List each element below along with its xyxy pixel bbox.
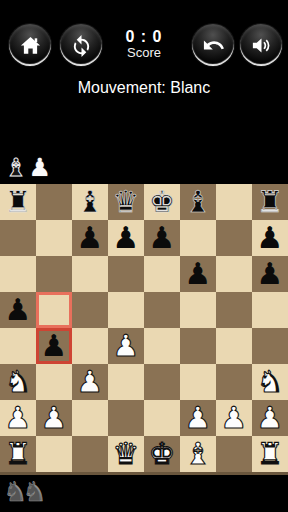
- square-h3[interactable]: ♞: [252, 364, 288, 400]
- piece-black-pawn[interactable]: ♟: [41, 328, 68, 364]
- piece-black-pawn[interactable]: ♟: [185, 256, 212, 292]
- square-f3[interactable]: [180, 364, 216, 400]
- square-e3[interactable]: [144, 364, 180, 400]
- piece-white-queen[interactable]: ♛: [113, 436, 140, 472]
- square-f1[interactable]: ♝: [180, 436, 216, 472]
- piece-white-pawn[interactable]: ♟: [41, 400, 68, 436]
- square-g3[interactable]: [216, 364, 252, 400]
- square-d1[interactable]: ♛: [108, 436, 144, 472]
- square-d4[interactable]: ♟: [108, 328, 144, 364]
- square-h8[interactable]: ♜: [252, 184, 288, 220]
- captured-knight: ♞: [22, 477, 41, 507]
- captured-pawn: ♟: [28, 153, 50, 183]
- square-c2[interactable]: [72, 400, 108, 436]
- square-a2[interactable]: ♟: [0, 400, 36, 436]
- piece-white-pawn[interactable]: ♟: [5, 400, 32, 436]
- square-c3[interactable]: ♟: [72, 364, 108, 400]
- square-b4[interactable]: ♟: [36, 328, 72, 364]
- speaker-icon: [250, 34, 273, 57]
- piece-white-rook[interactable]: ♜: [257, 436, 284, 472]
- square-d3[interactable]: [108, 364, 144, 400]
- square-e5[interactable]: [144, 292, 180, 328]
- square-d6[interactable]: [108, 256, 144, 292]
- square-h5[interactable]: [252, 292, 288, 328]
- piece-black-bishop[interactable]: ♝: [77, 184, 104, 220]
- piece-black-rook[interactable]: ♜: [5, 184, 32, 220]
- piece-white-pawn[interactable]: ♟: [257, 400, 284, 436]
- piece-white-pawn[interactable]: ♟: [113, 328, 140, 364]
- square-a3[interactable]: ♞: [0, 364, 36, 400]
- square-g4[interactable]: [216, 328, 252, 364]
- square-c6[interactable]: [72, 256, 108, 292]
- square-h1[interactable]: ♜: [252, 436, 288, 472]
- undo-arrow-icon: [202, 34, 225, 57]
- piece-black-pawn[interactable]: ♟: [257, 256, 284, 292]
- chess-app-screen: 0 : 0 Score Mouvement: Blanc ♝♟ ♜♝♛♚♝♜♟♟…: [0, 0, 288, 512]
- square-g7[interactable]: [216, 220, 252, 256]
- square-b2[interactable]: ♟: [36, 400, 72, 436]
- piece-white-pawn[interactable]: ♟: [221, 400, 248, 436]
- square-b8[interactable]: [36, 184, 72, 220]
- square-h6[interactable]: ♟: [252, 256, 288, 292]
- square-h4[interactable]: [252, 328, 288, 364]
- square-e1[interactable]: ♚: [144, 436, 180, 472]
- piece-white-king[interactable]: ♚: [149, 436, 176, 472]
- square-g1[interactable]: [216, 436, 252, 472]
- piece-black-pawn[interactable]: ♟: [149, 220, 176, 256]
- square-d2[interactable]: [108, 400, 144, 436]
- square-e4[interactable]: [144, 328, 180, 364]
- piece-black-pawn[interactable]: ♟: [257, 220, 284, 256]
- piece-black-pawn[interactable]: ♟: [5, 292, 32, 328]
- square-c7[interactable]: ♟: [72, 220, 108, 256]
- square-a5[interactable]: ♟: [0, 292, 36, 328]
- undo-button[interactable]: [192, 24, 234, 66]
- square-e7[interactable]: ♟: [144, 220, 180, 256]
- captured-tray-bottom: ♞♞: [3, 475, 41, 507]
- square-g5[interactable]: [216, 292, 252, 328]
- square-d5[interactable]: [108, 292, 144, 328]
- square-h2[interactable]: ♟: [252, 400, 288, 436]
- square-a7[interactable]: [0, 220, 36, 256]
- square-c1[interactable]: [72, 436, 108, 472]
- piece-white-pawn[interactable]: ♟: [77, 364, 104, 400]
- square-d7[interactable]: ♟: [108, 220, 144, 256]
- piece-white-rook[interactable]: ♜: [5, 436, 32, 472]
- captured-tray-top: ♝♟: [5, 151, 51, 183]
- square-g6[interactable]: [216, 256, 252, 292]
- square-a8[interactable]: ♜: [0, 184, 36, 220]
- captured-knight: ♞: [3, 477, 22, 507]
- piece-white-pawn[interactable]: ♟: [185, 400, 212, 436]
- piece-white-knight[interactable]: ♞: [5, 364, 32, 400]
- square-d8[interactable]: ♛: [108, 184, 144, 220]
- move-indicator: Mouvement: Blanc: [0, 79, 288, 97]
- square-b5[interactable]: [36, 292, 72, 328]
- square-f5[interactable]: [180, 292, 216, 328]
- chess-board: ♜♝♛♚♝♜♟♟♟♟♟♟♟♟♟♞♟♞♟♟♟♟♟♜♛♚♝♜: [0, 184, 288, 475]
- square-f8[interactable]: ♝: [180, 184, 216, 220]
- sound-button[interactable]: [240, 24, 282, 66]
- square-a1[interactable]: ♜: [0, 436, 36, 472]
- piece-white-knight[interactable]: ♞: [257, 364, 284, 400]
- square-e2[interactable]: [144, 400, 180, 436]
- square-h7[interactable]: ♟: [252, 220, 288, 256]
- square-c5[interactable]: [72, 292, 108, 328]
- square-b7[interactable]: [36, 220, 72, 256]
- square-e8[interactable]: ♚: [144, 184, 180, 220]
- square-f4[interactable]: [180, 328, 216, 364]
- piece-black-king[interactable]: ♚: [149, 184, 176, 220]
- square-f6[interactable]: ♟: [180, 256, 216, 292]
- piece-black-bishop[interactable]: ♝: [185, 184, 212, 220]
- piece-black-queen[interactable]: ♛: [113, 184, 140, 220]
- square-f7[interactable]: [180, 220, 216, 256]
- piece-black-pawn[interactable]: ♟: [77, 220, 104, 256]
- square-a6[interactable]: [0, 256, 36, 292]
- square-f2[interactable]: ♟: [180, 400, 216, 436]
- square-b3[interactable]: [36, 364, 72, 400]
- piece-white-bishop[interactable]: ♝: [185, 436, 212, 472]
- square-b1[interactable]: [36, 436, 72, 472]
- square-g2[interactable]: ♟: [216, 400, 252, 436]
- square-c4[interactable]: [72, 328, 108, 364]
- square-c8[interactable]: ♝: [72, 184, 108, 220]
- piece-black-rook[interactable]: ♜: [257, 184, 284, 220]
- square-b6[interactable]: [36, 256, 72, 292]
- square-g8[interactable]: [216, 184, 252, 220]
- piece-black-pawn[interactable]: ♟: [113, 220, 140, 256]
- square-a4[interactable]: [0, 328, 36, 364]
- captured-bishop: ♝: [5, 153, 27, 183]
- square-e6[interactable]: [144, 256, 180, 292]
